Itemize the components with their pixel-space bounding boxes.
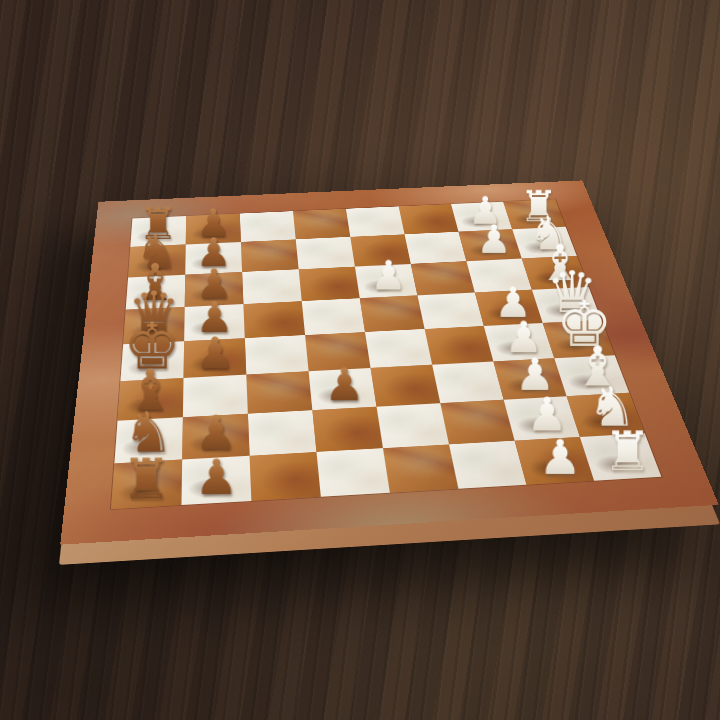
square-h6 [250, 452, 321, 501]
square-a3 [399, 204, 459, 234]
square-g5 [312, 407, 383, 452]
square-g6 [248, 410, 317, 456]
square-g3 [440, 400, 514, 445]
square-h7: ♟ [181, 456, 251, 505]
square-f5: ♟ [309, 368, 377, 410]
square-b6 [241, 239, 299, 272]
square-h4 [383, 444, 458, 492]
board-3d-wrap: ♜♟♟♜♞♟♟♞♝♟♟♝♛♟♟♛♚♟♟♚♝♟♟♝♞♟♟♞♜♟♟♜ [60, 180, 719, 544]
black-rook-h8: ♜ [121, 450, 171, 506]
square-b3 [405, 232, 467, 264]
square-h5 [316, 448, 389, 497]
board-marble-border: ♜♟♟♜♞♟♟♞♝♟♟♝♛♟♟♛♚♟♟♚♝♟♟♝♞♟♟♞♜♟♟♜ [60, 180, 719, 544]
square-e7: ♟ [184, 338, 247, 378]
square-c4: ♟ [355, 264, 418, 298]
black-pawn-h7: ♟ [195, 453, 239, 502]
square-c5 [299, 267, 360, 302]
black-pawn-e7: ♟ [195, 332, 234, 376]
square-c6 [242, 269, 302, 304]
square-f6 [246, 371, 312, 413]
square-c3 [411, 261, 475, 295]
square-e4 [365, 329, 432, 368]
black-pawn-f5: ♟ [324, 363, 364, 408]
square-d4 [360, 295, 425, 332]
white-pawn-c4: ♟ [370, 256, 406, 297]
square-a5 [293, 209, 350, 240]
square-e6 [245, 335, 309, 375]
square-e3 [425, 326, 494, 365]
chess-board: ♜♟♟♜♞♟♟♞♝♟♟♝♛♟♟♛♚♟♟♚♝♟♟♝♞♟♟♞♜♟♟♜ [111, 199, 661, 509]
square-f3 [432, 362, 503, 404]
square-h1: ♜ [580, 433, 661, 480]
white-pawn-h2: ♟ [539, 434, 582, 482]
square-b2: ♟ [459, 229, 522, 261]
square-a4 [346, 206, 405, 236]
square-g4 [377, 403, 449, 448]
white-pawn-b2: ♟ [476, 220, 511, 259]
square-h3 [449, 441, 526, 489]
square-d5 [302, 298, 365, 335]
white-rook-h1: ♜ [603, 423, 652, 478]
square-h8: ♜ [111, 460, 182, 510]
square-d3 [417, 293, 483, 329]
square-d6 [243, 301, 305, 338]
square-a6 [240, 211, 296, 242]
square-f4 [371, 365, 441, 407]
scene: ♜♟♟♜♞♟♟♞♝♟♟♝♛♟♟♛♚♟♟♚♝♟♟♝♞♟♟♞♜♟♟♜ [0, 0, 720, 720]
square-b5 [296, 237, 355, 269]
